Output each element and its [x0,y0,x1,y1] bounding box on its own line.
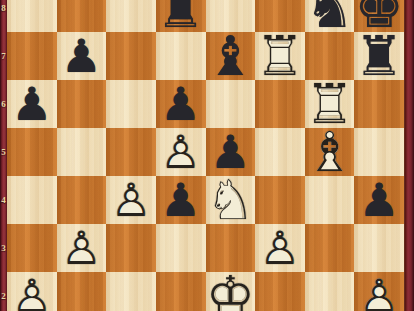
black-rook-icon: ♜ [355,32,404,80]
square-f5[interactable] [255,128,305,176]
square-b3[interactable]: ♟♙ [57,224,107,272]
square-a8[interactable] [7,0,57,32]
square-c7[interactable] [106,32,156,80]
piece-white-rook[interactable]: ♜♖ [255,32,305,80]
piece-white-bishop[interactable]: ♝♗ [305,128,355,176]
square-f3[interactable]: ♟♙ [255,224,305,272]
square-c5[interactable] [106,128,156,176]
square-d3[interactable] [156,224,206,272]
piece-black-pawn[interactable]: ♟ [7,80,57,128]
square-h5[interactable] [354,128,404,176]
black-pawn-icon: ♟ [160,80,201,128]
square-g3[interactable] [305,224,355,272]
black-pawn-icon: ♟ [11,80,52,128]
square-e6[interactable] [206,80,256,128]
square-h4[interactable]: ♟ [354,176,404,224]
rank-label-8: 8 [0,2,7,14]
piece-black-rook[interactable]: ♜ [354,32,404,80]
rank-label-5: 5 [0,146,7,158]
square-c8[interactable] [106,0,156,32]
square-b6[interactable] [57,80,107,128]
piece-black-pawn[interactable]: ♟ [57,32,107,80]
square-g5[interactable]: ♝♗ [305,128,355,176]
piece-black-pawn[interactable]: ♟ [156,80,206,128]
square-h3[interactable] [354,224,404,272]
rank-label-3: 3 [0,242,7,254]
square-d8[interactable]: ♜ [156,0,206,32]
rank-label-6: 6 [0,98,7,110]
square-d4[interactable]: ♟ [156,176,206,224]
black-knight-icon: ♞ [305,0,354,32]
square-c6[interactable] [106,80,156,128]
piece-black-pawn[interactable]: ♟ [156,176,206,224]
square-h6[interactable] [354,80,404,128]
square-d5[interactable]: ♟♙ [156,128,206,176]
square-f4[interactable] [255,176,305,224]
piece-black-bishop[interactable]: ♝ [206,32,256,80]
square-f6[interactable] [255,80,305,128]
square-g2[interactable] [305,272,355,311]
square-c2[interactable] [106,272,156,311]
square-b2[interactable] [57,272,107,311]
square-b8[interactable] [57,0,107,32]
square-e7[interactable]: ♝ [206,32,256,80]
rank-label-7: 7 [0,50,7,62]
piece-black-knight[interactable]: ♞ [305,0,355,32]
white-king-outline-icon: ♔ [206,272,256,311]
square-d7[interactable] [156,32,206,80]
square-b5[interactable] [57,128,107,176]
white-bishop-outline-icon: ♗ [305,128,355,176]
chess-board: ♜♞♚♟♝♜♖♜♟♟♜♖♟♙♟♝♗♟♙♟♞♘♟♟♙♟♙♟♙♚♔♟♙ [7,0,404,311]
board-border-right [404,0,414,311]
black-rook-icon: ♜ [156,0,205,32]
white-rook-outline-icon: ♖ [255,32,305,80]
piece-black-rook[interactable]: ♜ [156,0,206,32]
square-a4[interactable] [7,176,57,224]
piece-white-pawn[interactable]: ♟♙ [255,224,305,272]
square-f7[interactable]: ♜♖ [255,32,305,80]
rank-label-2: 2 [0,290,7,302]
square-a3[interactable] [7,224,57,272]
piece-black-pawn[interactable]: ♟ [354,176,404,224]
white-knight-outline-icon: ♘ [206,176,256,224]
black-bishop-icon: ♝ [206,32,255,80]
white-pawn-outline-icon: ♙ [57,224,107,272]
square-d2[interactable] [156,272,206,311]
square-b7[interactable]: ♟ [57,32,107,80]
chess-diagram: ♜♞♚♟♝♜♖♜♟♟♜♖♟♙♟♝♗♟♙♟♞♘♟♟♙♟♙♟♙♚♔♟♙ 876543… [0,0,414,311]
square-d6[interactable]: ♟ [156,80,206,128]
white-pawn-outline-icon: ♙ [106,176,156,224]
piece-white-pawn[interactable]: ♟♙ [156,128,206,176]
black-pawn-icon: ♟ [61,32,102,80]
black-pawn-icon: ♟ [359,176,400,224]
square-f2[interactable] [255,272,305,311]
square-c4[interactable]: ♟♙ [106,176,156,224]
square-c3[interactable] [106,224,156,272]
piece-white-pawn[interactable]: ♟♙ [7,272,57,311]
square-a5[interactable] [7,128,57,176]
black-pawn-icon: ♟ [160,176,201,224]
square-h7[interactable]: ♜ [354,32,404,80]
piece-white-king[interactable]: ♚♔ [206,272,256,311]
white-pawn-outline-icon: ♙ [354,272,404,311]
square-g4[interactable] [305,176,355,224]
piece-white-pawn[interactable]: ♟♙ [106,176,156,224]
piece-white-knight[interactable]: ♞♘ [206,176,256,224]
white-pawn-outline-icon: ♙ [255,224,305,272]
square-a2[interactable]: ♟♙ [7,272,57,311]
white-pawn-outline-icon: ♙ [7,272,57,311]
square-e4[interactable]: ♞♘ [206,176,256,224]
square-b4[interactable] [57,176,107,224]
square-h2[interactable]: ♟♙ [354,272,404,311]
piece-white-pawn[interactable]: ♟♙ [57,224,107,272]
piece-white-pawn[interactable]: ♟♙ [354,272,404,311]
rank-label-4: 4 [0,194,7,206]
square-a6[interactable]: ♟ [7,80,57,128]
square-g8[interactable]: ♞ [305,0,355,32]
white-pawn-outline-icon: ♙ [156,128,206,176]
square-e2[interactable]: ♚♔ [206,272,256,311]
square-a7[interactable] [7,32,57,80]
